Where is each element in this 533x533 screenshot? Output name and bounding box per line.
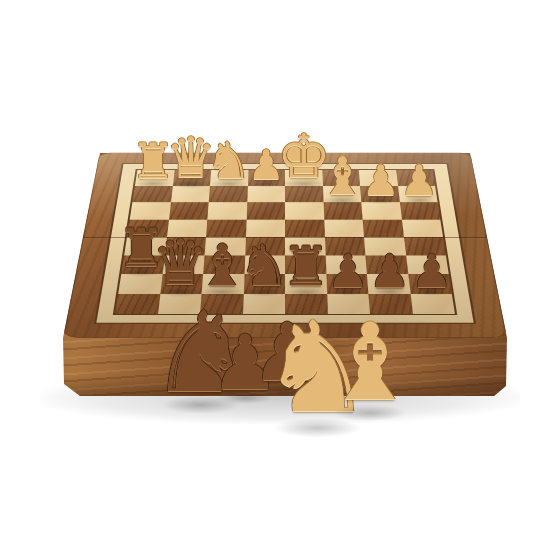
black-R-e2: ♜ bbox=[282, 240, 330, 294]
captured-white-B-4: ♝ bbox=[322, 310, 417, 416]
black-P-f2: ♟ bbox=[327, 248, 368, 294]
square-c6 bbox=[207, 202, 246, 219]
white-N-c8: ♞ bbox=[206, 135, 252, 186]
square-h5 bbox=[401, 219, 443, 237]
square-f5 bbox=[324, 219, 364, 237]
black-P-h2: ♟ bbox=[411, 248, 452, 294]
white-P-h7: ♟ bbox=[400, 160, 438, 202]
square-d6 bbox=[246, 202, 285, 219]
square-g5 bbox=[363, 219, 404, 237]
scene: ♜♛♞♟♚♝♟♟♜♛♝♞♜♟♟♟♞♟♟♞♝ bbox=[0, 0, 533, 533]
square-e6 bbox=[285, 202, 324, 219]
black-P-g2: ♟ bbox=[369, 248, 410, 294]
square-b6 bbox=[169, 202, 209, 219]
white-P-g7: ♟ bbox=[362, 160, 400, 202]
white-B-f7: ♝ bbox=[319, 150, 366, 202]
